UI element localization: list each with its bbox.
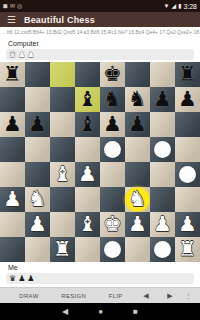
square-e6[interactable]: ♟ [100,112,125,137]
square-g5[interactable] [150,137,175,162]
square-c4[interactable]: ♝ [50,162,75,187]
square-b4[interactable] [25,162,50,187]
white-bishop: ♝ [78,214,97,235]
square-c1[interactable]: ♜ [50,237,75,262]
square-b8[interactable] [25,62,50,87]
square-d3[interactable] [75,187,100,212]
square-f3[interactable]: ♞ [125,187,150,212]
wifi-icon: ▼ [163,3,169,9]
square-d6[interactable]: ♝ [75,112,100,137]
square-b7[interactable] [25,87,50,112]
notification-icon: ◎ [17,3,22,9]
white-knight: ♞ [128,189,147,210]
next-move-button[interactable]: ▶ [158,292,182,300]
square-c8[interactable] [50,62,75,87]
captured-white-pawn: ♟ [27,51,34,59]
black-bishop: ♝ [78,89,97,110]
square-d8[interactable] [75,62,100,87]
square-e3[interactable] [100,187,125,212]
black-bishop: ♝ [78,114,97,135]
square-b6[interactable]: ♟ [25,112,50,137]
square-g4[interactable] [150,162,175,187]
captured-white-pawn: ♟ [18,51,25,59]
square-h1[interactable]: ♜ [175,237,200,262]
battery-icon: ▮ [178,3,181,9]
square-a5[interactable] [0,137,25,162]
square-c2[interactable] [50,212,75,237]
square-d1[interactable] [75,237,100,262]
square-f7[interactable]: ♞ [125,87,150,112]
black-pawn: ♟ [178,89,197,110]
square-g7[interactable]: ♟ [150,87,175,112]
game-toolbar: DRAW RESIGN FLIP ◀ ▶ ⋮ [0,287,200,303]
white-pawn: ♟ [178,214,197,235]
square-g3[interactable] [150,187,175,212]
square-h3[interactable] [175,187,200,212]
system-status-icons: ▼ ◢ ▮ 3:28 [163,3,197,10]
black-pawn: ♟ [3,114,22,135]
square-d7[interactable]: ♝ [75,87,100,112]
square-g8[interactable] [150,62,175,87]
chess-board: ♜♚♜♝♞♞♟♟♟♟♝♟♟♝♟♟♞♞♟♝♚♟♟♟♜♜ [0,62,200,262]
square-c7[interactable] [50,87,75,112]
square-g2[interactable]: ♟ [150,212,175,237]
white-rook: ♜ [53,239,72,260]
white-rook: ♜ [178,239,197,260]
square-g1[interactable] [150,237,175,262]
clock: 3:28 [183,3,197,10]
black-rook: ♜ [3,64,22,85]
square-h6[interactable] [175,112,200,137]
square-c5[interactable] [50,137,75,162]
android-nav-bar: ◀ ● ■ [0,303,200,320]
beautiful-chess-app: ◼ ✉ ◎ ▼ ◢ ▮ 3:28 ☰ Beautiful Chess …b6 1… [0,0,200,320]
square-e8[interactable]: ♚ [100,62,125,87]
opponent-name: Computer [8,39,200,48]
square-f6[interactable]: ♟ [125,112,150,137]
player-name: Me [8,263,200,272]
white-pawn: ♟ [78,164,97,185]
square-a7[interactable] [0,87,25,112]
square-f5[interactable] [125,137,150,162]
captured-black-queen: ♛ [9,275,16,283]
square-c6[interactable] [50,112,75,137]
black-pawn: ♟ [128,114,147,135]
legal-move-dot[interactable] [104,141,121,158]
square-g6[interactable] [150,112,175,137]
white-knight: ♞ [28,189,47,210]
square-h7[interactable]: ♟ [175,87,200,112]
square-f1[interactable] [125,237,150,262]
square-h5[interactable] [175,137,200,162]
square-b2[interactable]: ♟ [25,212,50,237]
legal-move-dot[interactable] [154,241,171,258]
player-captured-tray: ♛♟♟ [6,273,194,284]
captured-black-pawn: ♟ [18,275,25,283]
square-e1[interactable] [100,237,125,262]
app-bar: ☰ Beautiful Chess [0,12,200,27]
app-title: Beautiful Chess [24,15,95,25]
white-king: ♚ [103,214,122,235]
square-f8[interactable] [125,62,150,87]
square-a2[interactable] [0,212,25,237]
square-b1[interactable] [25,237,50,262]
square-h8[interactable]: ♜ [175,62,200,87]
notification-icon: ◼ [3,3,8,9]
signal-icon: ◢ [171,3,176,9]
move-list[interactable]: …b6 12.cxd5 Bb4+ 13.Bd2 Qxd5 14.a3 Bd6 1… [0,27,200,38]
notification-icons: ◼ ✉ ◎ [3,3,22,9]
square-f2[interactable]: ♟ [125,212,150,237]
square-b5[interactable] [25,137,50,162]
white-bishop: ♝ [53,164,72,185]
square-a3[interactable]: ♟ [0,187,25,212]
black-rook: ♜ [178,64,197,85]
square-e5[interactable] [100,137,125,162]
square-d5[interactable] [75,137,100,162]
square-h2[interactable]: ♟ [175,212,200,237]
draw-button[interactable]: DRAW [8,293,50,299]
recents-icon[interactable]: ■ [133,308,138,316]
square-b3[interactable]: ♞ [25,187,50,212]
opponent-captured-tray: ♛♟♟ [6,49,194,60]
square-e2[interactable]: ♚ [100,212,125,237]
legal-move-dot[interactable] [104,241,121,258]
legal-move-dot[interactable] [179,166,196,183]
black-king: ♚ [103,64,122,85]
black-knight: ♞ [128,89,147,110]
square-a1[interactable] [0,237,25,262]
legal-move-dot[interactable] [154,141,171,158]
back-icon[interactable]: ◀ [62,308,68,316]
flip-button[interactable]: FLIP [97,293,134,299]
captured-white-queen: ♛ [9,51,16,59]
square-d4[interactable]: ♟ [75,162,100,187]
hamburger-menu-icon[interactable]: ☰ [7,15,16,25]
white-pawn: ♟ [28,214,47,235]
captured-black-pawn: ♟ [27,275,34,283]
resign-button[interactable]: RESIGN [50,293,97,299]
square-d2[interactable]: ♝ [75,212,100,237]
overflow-menu-icon[interactable]: ⋮ [182,292,192,300]
black-pawn: ♟ [28,114,47,135]
android-status-bar: ◼ ✉ ◎ ▼ ◢ ▮ 3:28 [0,0,200,12]
home-icon[interactable]: ● [98,308,103,316]
white-pawn: ♟ [3,189,22,210]
black-knight: ♞ [103,89,122,110]
square-f4[interactable] [125,162,150,187]
square-c3[interactable] [50,187,75,212]
white-pawn: ♟ [153,214,172,235]
square-h4[interactable] [175,162,200,187]
square-e7[interactable]: ♞ [100,87,125,112]
square-a8[interactable]: ♜ [0,62,25,87]
square-e4[interactable] [100,162,125,187]
square-a6[interactable]: ♟ [0,112,25,137]
black-pawn: ♟ [103,114,122,135]
white-pawn: ♟ [128,214,147,235]
notification-icon: ✉ [10,3,15,9]
previous-move-button[interactable]: ◀ [134,292,158,300]
square-a4[interactable] [0,162,25,187]
black-pawn: ♟ [153,89,172,110]
